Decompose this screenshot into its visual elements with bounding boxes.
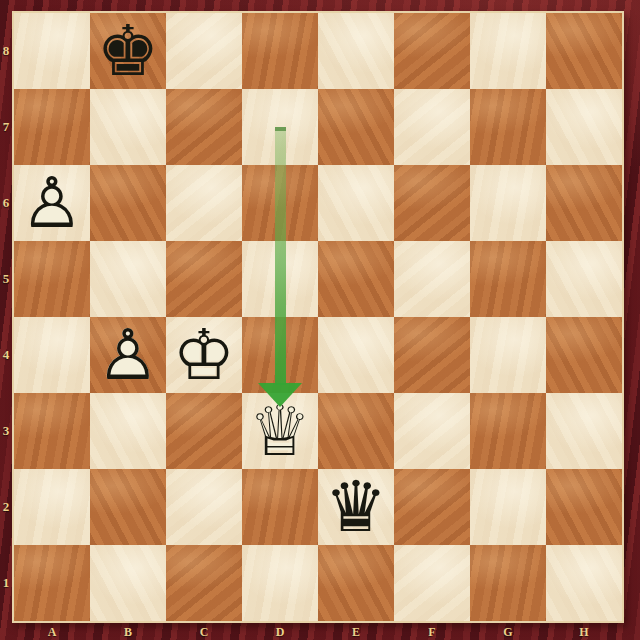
square-b7[interactable] xyxy=(90,89,166,165)
white-pawn-icon: ♙ xyxy=(14,165,90,241)
square-e2[interactable]: ♛ xyxy=(318,469,394,545)
square-a4[interactable] xyxy=(14,317,90,393)
file-label-f: F xyxy=(394,625,470,640)
square-c4[interactable]: ♚♔ xyxy=(166,317,242,393)
black-queen-icon: ♛ xyxy=(318,469,394,545)
file-label-b: B xyxy=(90,625,166,640)
square-f5[interactable] xyxy=(394,241,470,317)
square-g3[interactable] xyxy=(470,393,546,469)
square-e6[interactable] xyxy=(318,165,394,241)
white-king-icon: ♔ xyxy=(166,317,242,393)
square-f6[interactable] xyxy=(394,165,470,241)
square-c6[interactable] xyxy=(166,165,242,241)
file-label-g: G xyxy=(470,625,546,640)
rank-label-7: 7 xyxy=(0,89,12,165)
square-f1[interactable] xyxy=(394,545,470,621)
square-e8[interactable] xyxy=(318,13,394,89)
file-label-h: H xyxy=(546,625,622,640)
rank-label-5: 5 xyxy=(0,241,12,317)
chess-board: ♚♟♙♟♙♚♔♛♕♛ xyxy=(12,11,624,623)
rank-label-2: 2 xyxy=(0,469,12,545)
square-h7[interactable] xyxy=(546,89,622,165)
square-b8[interactable]: ♚ xyxy=(90,13,166,89)
square-d8[interactable] xyxy=(242,13,318,89)
square-c2[interactable] xyxy=(166,469,242,545)
white-queen-icon: ♕ xyxy=(242,393,318,469)
square-e1[interactable] xyxy=(318,545,394,621)
square-d2[interactable] xyxy=(242,469,318,545)
square-h3[interactable] xyxy=(546,393,622,469)
square-g4[interactable] xyxy=(470,317,546,393)
square-g1[interactable] xyxy=(470,545,546,621)
square-b6[interactable] xyxy=(90,165,166,241)
black-king-icon: ♚ xyxy=(90,13,166,89)
square-d1[interactable] xyxy=(242,545,318,621)
white-pawn-icon: ♙ xyxy=(90,317,166,393)
square-h5[interactable] xyxy=(546,241,622,317)
square-h2[interactable] xyxy=(546,469,622,545)
square-g8[interactable] xyxy=(470,13,546,89)
rank-label-4: 4 xyxy=(0,317,12,393)
piece-black-queen-e2[interactable]: ♛ xyxy=(318,469,394,545)
piece-white-pawn-b4[interactable]: ♟♙ xyxy=(90,317,166,393)
square-h4[interactable] xyxy=(546,317,622,393)
square-h1[interactable] xyxy=(546,545,622,621)
square-c1[interactable] xyxy=(166,545,242,621)
square-e5[interactable] xyxy=(318,241,394,317)
square-f2[interactable] xyxy=(394,469,470,545)
chess-board-frame: ♚♟♙♟♙♚♔♛♕♛ 87654321 ABCDEFGH xyxy=(0,0,640,640)
square-a8[interactable] xyxy=(14,13,90,89)
square-e7[interactable] xyxy=(318,89,394,165)
file-label-e: E xyxy=(318,625,394,640)
square-f4[interactable] xyxy=(394,317,470,393)
square-c8[interactable] xyxy=(166,13,242,89)
square-d7[interactable] xyxy=(242,89,318,165)
square-c5[interactable] xyxy=(166,241,242,317)
square-b5[interactable] xyxy=(90,241,166,317)
square-e3[interactable] xyxy=(318,393,394,469)
square-h8[interactable] xyxy=(546,13,622,89)
square-a6[interactable]: ♟♙ xyxy=(14,165,90,241)
square-d6[interactable] xyxy=(242,165,318,241)
square-a7[interactable] xyxy=(14,89,90,165)
square-b1[interactable] xyxy=(90,545,166,621)
rank-label-1: 1 xyxy=(0,545,12,621)
square-a3[interactable] xyxy=(14,393,90,469)
square-g2[interactable] xyxy=(470,469,546,545)
piece-white-queen-d3[interactable]: ♛♕ xyxy=(242,393,318,469)
square-a5[interactable] xyxy=(14,241,90,317)
square-g7[interactable] xyxy=(470,89,546,165)
square-d3[interactable]: ♛♕ xyxy=(242,393,318,469)
square-b4[interactable]: ♟♙ xyxy=(90,317,166,393)
rank-label-6: 6 xyxy=(0,165,12,241)
square-d5[interactable] xyxy=(242,241,318,317)
piece-black-king-b8[interactable]: ♚ xyxy=(90,13,166,89)
square-c3[interactable] xyxy=(166,393,242,469)
rank-label-3: 3 xyxy=(0,393,12,469)
square-b2[interactable] xyxy=(90,469,166,545)
file-label-c: C xyxy=(166,625,242,640)
square-e4[interactable] xyxy=(318,317,394,393)
square-f7[interactable] xyxy=(394,89,470,165)
square-b3[interactable] xyxy=(90,393,166,469)
rank-label-8: 8 xyxy=(0,13,12,89)
square-g6[interactable] xyxy=(470,165,546,241)
square-g5[interactable] xyxy=(470,241,546,317)
piece-white-king-c4[interactable]: ♚♔ xyxy=(166,317,242,393)
square-f8[interactable] xyxy=(394,13,470,89)
piece-white-pawn-a6[interactable]: ♟♙ xyxy=(14,165,90,241)
square-a1[interactable] xyxy=(14,545,90,621)
square-f3[interactable] xyxy=(394,393,470,469)
square-h6[interactable] xyxy=(546,165,622,241)
file-label-d: D xyxy=(242,625,318,640)
square-c7[interactable] xyxy=(166,89,242,165)
square-d4[interactable] xyxy=(242,317,318,393)
file-label-a: A xyxy=(14,625,90,640)
square-a2[interactable] xyxy=(14,469,90,545)
